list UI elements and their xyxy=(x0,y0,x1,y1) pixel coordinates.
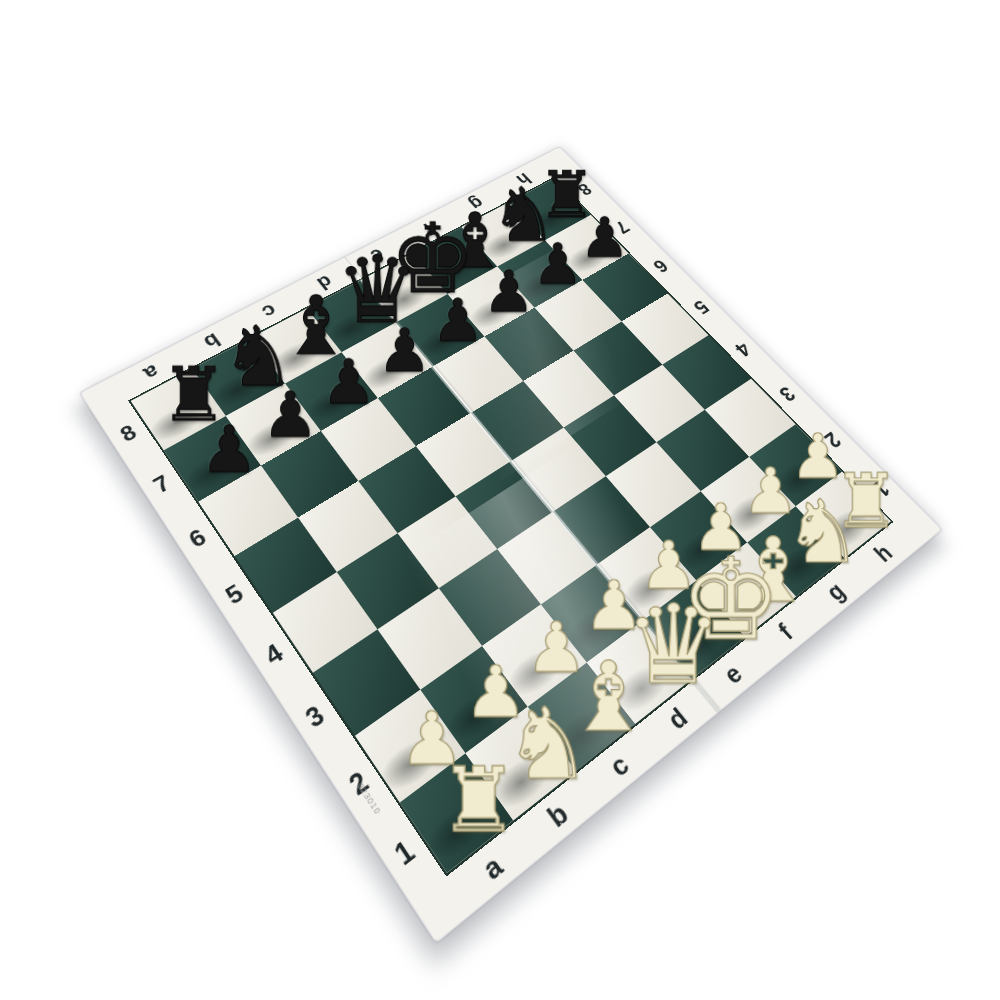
black-pawn[interactable]: ♟ xyxy=(194,418,264,482)
chess-board: 87654321 87654321 abcdefgh abcdefgh ♜♞♝♛… xyxy=(79,146,942,943)
board-grid: ♜♞♝♛♚♝♞♜♟♟♟♟♟♟♟♟♟♟♟♟♟♟♟♟♜♞♝♛♚♝♞♜ xyxy=(128,176,893,876)
black-pawn[interactable]: ♟ xyxy=(256,384,325,447)
camera-tilt: 87654321 87654321 abcdefgh abcdefgh ♜♞♝♛… xyxy=(0,0,1000,1000)
white-rook[interactable]: ♜ xyxy=(438,755,520,844)
black-pawn[interactable]: ♟ xyxy=(315,352,382,413)
photo-background: 87654321 87654321 abcdefgh abcdefgh ♜♞♝♛… xyxy=(0,0,1000,1000)
